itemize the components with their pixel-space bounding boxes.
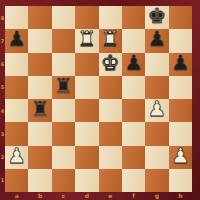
square-f4[interactable] bbox=[122, 99, 145, 122]
square-g3[interactable] bbox=[145, 122, 168, 145]
rank-label-3: 3 bbox=[0, 122, 5, 145]
square-e3[interactable] bbox=[99, 122, 122, 145]
square-g1[interactable] bbox=[145, 169, 168, 192]
white-rook[interactable]: ♜ bbox=[77, 29, 96, 50]
white-king[interactable]: ♚ bbox=[101, 53, 120, 74]
square-b1[interactable] bbox=[28, 169, 51, 192]
square-g6[interactable] bbox=[145, 53, 168, 76]
square-d6[interactable] bbox=[75, 53, 98, 76]
square-b7[interactable] bbox=[28, 29, 51, 52]
square-e8[interactable] bbox=[99, 6, 122, 29]
white-rook[interactable]: ♜ bbox=[101, 29, 120, 50]
square-b2[interactable] bbox=[28, 146, 51, 169]
square-c2[interactable] bbox=[52, 146, 75, 169]
rank-label-4: 4 bbox=[0, 99, 5, 122]
square-e7[interactable]: ♜ bbox=[99, 29, 122, 52]
square-b5[interactable] bbox=[28, 76, 51, 99]
square-g8[interactable]: ♚ bbox=[145, 6, 168, 29]
square-a5[interactable] bbox=[5, 76, 28, 99]
square-c8[interactable] bbox=[52, 6, 75, 29]
square-e2[interactable] bbox=[99, 146, 122, 169]
square-f2[interactable] bbox=[122, 146, 145, 169]
square-c7[interactable] bbox=[52, 29, 75, 52]
black-pawn[interactable]: ♟ bbox=[171, 53, 190, 74]
square-f1[interactable] bbox=[122, 169, 145, 192]
file-label-g: g bbox=[145, 191, 168, 200]
square-d1[interactable] bbox=[75, 169, 98, 192]
file-label-b: b bbox=[28, 191, 51, 200]
square-e1[interactable] bbox=[99, 169, 122, 192]
black-rook[interactable]: ♜ bbox=[31, 99, 50, 120]
square-a8[interactable] bbox=[5, 6, 28, 29]
file-label-h: h bbox=[169, 191, 192, 200]
square-h5[interactable] bbox=[169, 76, 192, 99]
square-b4[interactable]: ♜ bbox=[28, 99, 51, 122]
rank-label-8: 8 bbox=[0, 6, 5, 29]
square-e4[interactable] bbox=[99, 99, 122, 122]
square-b8[interactable] bbox=[28, 6, 51, 29]
square-g7[interactable]: ♟ bbox=[145, 29, 168, 52]
square-g2[interactable] bbox=[145, 146, 168, 169]
square-c5[interactable]: ♜ bbox=[52, 76, 75, 99]
square-a2[interactable]: ♟ bbox=[5, 146, 28, 169]
square-e5[interactable] bbox=[99, 76, 122, 99]
black-pawn[interactable]: ♟ bbox=[148, 29, 167, 50]
square-f3[interactable] bbox=[122, 122, 145, 145]
square-h2[interactable]: ♟ bbox=[169, 146, 192, 169]
file-label-a: a bbox=[5, 191, 28, 200]
square-h7[interactable] bbox=[169, 29, 192, 52]
black-king[interactable]: ♚ bbox=[148, 6, 167, 27]
square-a3[interactable] bbox=[5, 122, 28, 145]
square-a4[interactable] bbox=[5, 99, 28, 122]
rank-label-2: 2 bbox=[0, 146, 5, 169]
black-pawn[interactable]: ♟ bbox=[7, 29, 26, 50]
rank-label-1: 1 bbox=[0, 169, 5, 192]
file-label-f: f bbox=[122, 191, 145, 200]
square-a6[interactable] bbox=[5, 53, 28, 76]
square-h6[interactable]: ♟ bbox=[169, 53, 192, 76]
square-g4[interactable]: ♟ bbox=[145, 99, 168, 122]
white-pawn[interactable]: ♟ bbox=[7, 146, 26, 167]
square-a7[interactable]: ♟ bbox=[5, 29, 28, 52]
rank-label-6: 6 bbox=[0, 53, 5, 76]
square-d2[interactable] bbox=[75, 146, 98, 169]
square-g5[interactable] bbox=[145, 76, 168, 99]
square-d8[interactable] bbox=[75, 6, 98, 29]
file-label-e: e bbox=[99, 191, 122, 200]
square-f7[interactable] bbox=[122, 29, 145, 52]
square-d7[interactable]: ♜ bbox=[75, 29, 98, 52]
black-pawn[interactable]: ♟ bbox=[124, 53, 143, 74]
square-a1[interactable] bbox=[5, 169, 28, 192]
chess-board: ♚♟♜♜♟♚♟♟♜♜♟♟♟ 87654321 abcdefgh bbox=[0, 0, 200, 200]
white-pawn[interactable]: ♟ bbox=[171, 146, 190, 167]
file-label-d: d bbox=[75, 191, 98, 200]
square-h4[interactable] bbox=[169, 99, 192, 122]
rank-label-7: 7 bbox=[0, 29, 5, 52]
square-f6[interactable]: ♟ bbox=[122, 53, 145, 76]
black-rook[interactable]: ♜ bbox=[54, 76, 73, 97]
file-label-c: c bbox=[52, 191, 75, 200]
square-d4[interactable] bbox=[75, 99, 98, 122]
square-c3[interactable] bbox=[52, 122, 75, 145]
square-c6[interactable] bbox=[52, 53, 75, 76]
square-b6[interactable] bbox=[28, 53, 51, 76]
square-d3[interactable] bbox=[75, 122, 98, 145]
square-h8[interactable] bbox=[169, 6, 192, 29]
square-e6[interactable]: ♚ bbox=[99, 53, 122, 76]
square-f8[interactable] bbox=[122, 6, 145, 29]
rank-label-5: 5 bbox=[0, 76, 5, 99]
square-h1[interactable] bbox=[169, 169, 192, 192]
square-b3[interactable] bbox=[28, 122, 51, 145]
square-h3[interactable] bbox=[169, 122, 192, 145]
white-pawn[interactable]: ♟ bbox=[148, 99, 167, 120]
square-c1[interactable] bbox=[52, 169, 75, 192]
square-c4[interactable] bbox=[52, 99, 75, 122]
square-f5[interactable] bbox=[122, 76, 145, 99]
board-grid: ♚♟♜♜♟♚♟♟♜♜♟♟♟ bbox=[5, 6, 192, 192]
square-d5[interactable] bbox=[75, 76, 98, 99]
